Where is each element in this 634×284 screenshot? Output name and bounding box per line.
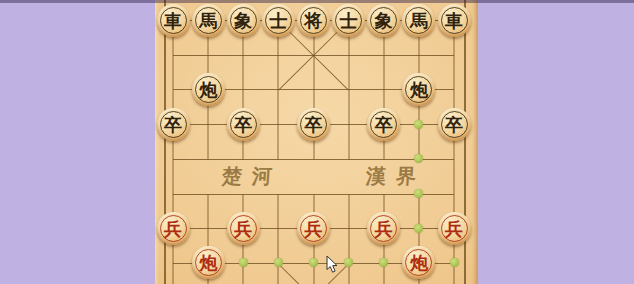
piece-glyph: 兵 (157, 212, 190, 245)
piece-red-soldier[interactable]: 兵 (297, 212, 330, 245)
grid-line (348, 21, 349, 160)
piece-glyph: 兵 (227, 212, 260, 245)
piece-glyph: 炮 (192, 73, 225, 106)
piece-red-soldier[interactable]: 兵 (157, 212, 190, 245)
piece-glyph: 兵 (297, 212, 330, 245)
piece-red-cannon[interactable]: 炮 (192, 246, 225, 279)
river-label-right: 漢界 (365, 163, 427, 190)
piece-glyph: 卒 (227, 108, 260, 141)
piece-black-soldier[interactable]: 卒 (367, 108, 400, 141)
piece-glyph: 士 (332, 4, 365, 37)
piece-glyph: 卒 (367, 108, 400, 141)
piece-glyph: 象 (367, 4, 400, 37)
piece-black-chariot[interactable]: 車 (438, 4, 471, 37)
piece-black-general[interactable]: 将 (297, 4, 330, 37)
top-edge-strip (0, 0, 634, 3)
piece-black-chariot[interactable]: 車 (157, 4, 190, 37)
piece-black-soldier[interactable]: 卒 (157, 108, 190, 141)
move-hint-dot[interactable] (414, 120, 423, 129)
piece-black-advisor[interactable]: 士 (262, 4, 295, 37)
piece-black-advisor[interactable]: 士 (332, 4, 365, 37)
piece-glyph: 車 (157, 4, 190, 37)
piece-red-soldier[interactable]: 兵 (367, 212, 400, 245)
piece-black-elephant[interactable]: 象 (367, 4, 400, 37)
piece-black-elephant[interactable]: 象 (227, 4, 260, 37)
piece-glyph: 兵 (367, 212, 400, 245)
piece-black-soldier[interactable]: 卒 (438, 108, 471, 141)
piece-red-soldier[interactable]: 兵 (438, 212, 471, 245)
piece-glyph: 卒 (297, 108, 330, 141)
piece-black-horse[interactable]: 馬 (402, 4, 435, 37)
piece-black-cannon[interactable]: 炮 (402, 73, 435, 106)
piece-glyph: 馬 (402, 4, 435, 37)
piece-glyph: 炮 (402, 246, 435, 279)
piece-glyph: 炮 (402, 73, 435, 106)
xiangqi-app-window: 楚河 漢界 車馬象士将士象馬車炮炮卒卒卒卒卒兵兵兵兵兵炮炮 (0, 0, 634, 284)
piece-black-cannon[interactable]: 炮 (192, 73, 225, 106)
grid-line (348, 194, 349, 284)
piece-black-soldier[interactable]: 卒 (227, 108, 260, 141)
piece-red-soldier[interactable]: 兵 (227, 212, 260, 245)
piece-black-soldier[interactable]: 卒 (297, 108, 330, 141)
piece-glyph: 象 (227, 4, 260, 37)
piece-black-horse[interactable]: 馬 (192, 4, 225, 37)
river-label-left: 楚河 (221, 163, 283, 190)
piece-glyph: 卒 (438, 108, 471, 141)
mouse-cursor (326, 255, 339, 278)
piece-glyph: 卒 (157, 108, 190, 141)
piece-glyph: 将 (297, 4, 330, 37)
piece-glyph: 炮 (192, 246, 225, 279)
piece-glyph: 士 (262, 4, 295, 37)
piece-red-cannon[interactable]: 炮 (402, 246, 435, 279)
piece-glyph: 車 (438, 4, 471, 37)
piece-glyph: 兵 (438, 212, 471, 245)
move-hint-dot[interactable] (450, 258, 459, 267)
piece-glyph: 馬 (192, 4, 225, 37)
